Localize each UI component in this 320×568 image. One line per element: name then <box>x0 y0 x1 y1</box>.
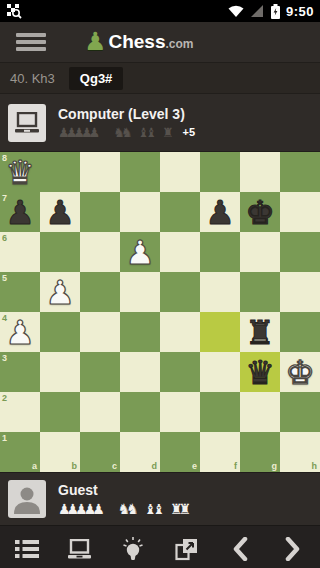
square-h4[interactable] <box>280 312 320 352</box>
square-d2[interactable] <box>120 392 160 432</box>
square-a7[interactable]: 7♟ <box>0 192 40 232</box>
status-bar: 9:50 <box>0 0 320 22</box>
flip-resize-button[interactable] <box>167 529 207 568</box>
hint-lightbulb-button[interactable] <box>113 529 153 568</box>
black-queen-g3: ♛ <box>245 356 275 389</box>
back-button[interactable] <box>220 529 260 568</box>
chess-app-screen: 9:50 ♟ Chess .com 40. Kh3 Qg3# Computer … <box>0 0 320 568</box>
vs-computer-button[interactable] <box>60 529 100 568</box>
logo-text-com: .com <box>165 37 193 51</box>
square-a2[interactable]: 2 <box>0 392 40 432</box>
white-pawn-a4: ♟ <box>5 316 35 349</box>
square-f8[interactable] <box>200 152 240 192</box>
player-bar-guest: Guest ♟♟♟♟♟♞♞♝♝♜♜ <box>0 472 320 525</box>
captured-by-row-bottom: ♟♟♟♟♟♞♞♝♝♜♜ <box>58 501 196 517</box>
square-e1[interactable]: e <box>160 432 200 472</box>
captured-pieces-group: ♞♞ <box>113 125 128 140</box>
square-c7[interactable] <box>80 192 120 232</box>
square-d8[interactable] <box>120 152 160 192</box>
black-pawn-f7: ♟ <box>205 196 235 229</box>
square-b1[interactable]: b <box>40 432 80 472</box>
chesscom-logo[interactable]: ♟ Chess .com <box>84 31 193 53</box>
square-b2[interactable] <box>40 392 80 432</box>
square-e8[interactable] <box>160 152 200 192</box>
square-f7[interactable]: ♟ <box>200 192 240 232</box>
rank-label-2: 2 <box>2 394 7 403</box>
square-g1[interactable]: g <box>240 432 280 472</box>
square-c3[interactable] <box>80 352 120 392</box>
square-a4[interactable]: 4♟ <box>0 312 40 352</box>
square-g6[interactable] <box>240 232 280 272</box>
battery-charging-icon <box>271 4 280 19</box>
square-a5[interactable]: 5 <box>0 272 40 312</box>
move-black-current[interactable]: Qg3# <box>69 67 124 90</box>
file-label-a: a <box>32 462 37 471</box>
file-label-e: e <box>192 462 197 471</box>
square-c8[interactable] <box>80 152 120 192</box>
square-a1[interactable]: 1a <box>0 432 40 472</box>
square-h5[interactable] <box>280 272 320 312</box>
square-d6[interactable]: ♟ <box>120 232 160 272</box>
rank-label-5: 5 <box>2 274 7 283</box>
forward-button[interactable] <box>273 529 313 568</box>
square-d5[interactable] <box>120 272 160 312</box>
white-pawn-b5: ♟ <box>45 276 75 309</box>
player-bar-computer: Computer (Level 3) ♟♟♟♟♟♞♞♝♝♜ +5 <box>0 94 320 152</box>
square-f1[interactable]: f <box>200 432 240 472</box>
square-e3[interactable] <box>160 352 200 392</box>
file-label-g: g <box>272 462 278 471</box>
square-g8[interactable] <box>240 152 280 192</box>
square-g3[interactable]: ♛ <box>240 352 280 392</box>
square-c5[interactable] <box>80 272 120 312</box>
black-pawn-b7: ♟ <box>45 196 75 229</box>
square-c2[interactable] <box>80 392 120 432</box>
square-h8[interactable] <box>280 152 320 192</box>
square-h2[interactable] <box>280 392 320 432</box>
file-label-d: d <box>152 462 158 471</box>
square-f4[interactable] <box>200 312 240 352</box>
rank-label-1: 1 <box>2 434 7 443</box>
computer-avatar-icon <box>8 104 46 142</box>
black-rook-g4: ♜ <box>245 316 275 349</box>
captured-pieces-group: ♜♜ <box>170 501 187 517</box>
black-pawn-a7: ♟ <box>5 196 35 229</box>
square-f6[interactable] <box>200 232 240 272</box>
clock: 9:50 <box>286 4 314 19</box>
captured-pieces-group: ♟♟♟♟♟ <box>58 125 96 140</box>
square-e5[interactable] <box>160 272 200 312</box>
rank-label-4: 4 <box>2 314 7 323</box>
square-d4[interactable] <box>120 312 160 352</box>
wifi-icon <box>228 5 244 18</box>
rank-label-8: 8 <box>2 154 7 163</box>
square-e4[interactable] <box>160 312 200 352</box>
square-b4[interactable] <box>40 312 80 352</box>
app-header: ♟ Chess .com <box>0 22 320 63</box>
square-a8[interactable]: 8♛ <box>0 152 40 192</box>
rank-label-7: 7 <box>2 194 7 203</box>
square-g7[interactable]: ♚ <box>240 192 280 232</box>
square-b5[interactable]: ♟ <box>40 272 80 312</box>
square-b6[interactable] <box>40 232 80 272</box>
square-c6[interactable] <box>80 232 120 272</box>
captured-pieces-group: ♞♞ <box>118 501 135 517</box>
file-label-f: f <box>234 462 237 471</box>
square-f2[interactable] <box>200 392 240 432</box>
square-g4[interactable]: ♜ <box>240 312 280 352</box>
move-list-button[interactable] <box>7 529 47 568</box>
square-f5[interactable] <box>200 272 240 312</box>
logo-pawn-icon: ♟ <box>84 32 106 52</box>
square-a3[interactable]: 3 <box>0 352 40 392</box>
square-h3[interactable]: ♚ <box>280 352 320 392</box>
square-h1[interactable]: h <box>280 432 320 472</box>
black-king-g7: ♚ <box>245 196 275 229</box>
square-e6[interactable] <box>160 232 200 272</box>
captured-pieces-group: ♜ <box>162 125 170 140</box>
square-c1[interactable]: c <box>80 432 120 472</box>
square-b7[interactable]: ♟ <box>40 192 80 232</box>
captured-by-row-top: ♟♟♟♟♟♞♞♝♝♜ +5 <box>58 125 195 140</box>
captured-pieces-group: ♝♝ <box>144 501 161 517</box>
rank-label-6: 6 <box>2 234 7 243</box>
square-d7[interactable] <box>120 192 160 232</box>
square-d3[interactable] <box>120 352 160 392</box>
square-h6[interactable] <box>280 232 320 272</box>
white-queen-a8: ♛ <box>5 156 35 189</box>
square-f3[interactable] <box>200 352 240 392</box>
square-d1[interactable]: d <box>120 432 160 472</box>
square-e2[interactable] <box>160 392 200 432</box>
chesscom-notification-icon <box>6 3 22 19</box>
rank-label-3: 3 <box>2 354 7 363</box>
white-pawn-d6: ♟ <box>125 236 155 269</box>
file-label-b: b <box>72 462 78 471</box>
file-label-h: h <box>312 462 318 471</box>
guest-avatar-icon <box>8 480 46 518</box>
captured-pieces-group: ♟♟♟♟♟ <box>58 501 101 517</box>
player-name-guest: Guest <box>58 482 196 498</box>
square-h7[interactable] <box>280 192 320 232</box>
cell-signal-icon <box>250 5 265 18</box>
white-king-h3: ♚ <box>285 356 315 389</box>
square-g5[interactable] <box>240 272 280 312</box>
square-b3[interactable] <box>40 352 80 392</box>
square-e7[interactable] <box>160 192 200 232</box>
square-c4[interactable] <box>80 312 120 352</box>
square-b8[interactable] <box>40 152 80 192</box>
chess-board: 8♛7♟♟♟♚6♟5♟4♟♜3♛♚21abcdefgh <box>0 152 320 472</box>
bottom-toolbar <box>0 525 320 568</box>
square-a6[interactable]: 6 <box>0 232 40 272</box>
move-list-bar: 40. Kh3 Qg3# <box>0 63 320 94</box>
menu-button[interactable] <box>16 30 46 54</box>
player-name-computer: Computer (Level 3) <box>58 106 195 122</box>
captured-pieces-group: ♝♝ <box>138 125 153 140</box>
logo-text: Chess <box>108 31 165 53</box>
material-advantage: +5 <box>183 126 196 138</box>
file-label-c: c <box>112 462 117 471</box>
move-white[interactable]: 40. Kh3 <box>10 71 55 86</box>
square-g2[interactable] <box>240 392 280 432</box>
